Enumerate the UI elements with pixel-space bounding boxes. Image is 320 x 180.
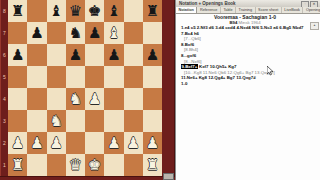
white-bishop-f7[interactable]: ♝: [107, 26, 120, 41]
square-a7[interactable]: [8, 22, 27, 44]
square-e8[interactable]: ♚: [85, 0, 104, 22]
square-f3[interactable]: [104, 110, 123, 132]
white-pawn-c2[interactable]: ♟: [49, 136, 62, 151]
square-b3[interactable]: [27, 110, 46, 132]
chess-board[interactable]: ♜♝♛♚♝♜♟♞♟♝♟♟♟♟♞♟♞♟♟♟♟♟♟♜♛♚♜: [8, 0, 162, 176]
square-d8[interactable]: ♛: [66, 0, 85, 22]
black-knight-d7[interactable]: ♞: [69, 26, 82, 41]
square-g1[interactable]: [124, 154, 143, 176]
black-bishop-c8[interactable]: ♝: [49, 4, 62, 19]
white-rook-a1[interactable]: ♜: [11, 158, 24, 173]
square-h3[interactable]: [143, 110, 162, 132]
board-frame-bottom: [0, 176, 175, 180]
tab-notation[interactable]: Notation: [176, 7, 197, 13]
square-d6[interactable]: ♟: [66, 44, 85, 66]
white-pawn-e4[interactable]: ♟: [88, 92, 101, 107]
square-g8[interactable]: [124, 0, 143, 22]
square-e2[interactable]: [85, 132, 104, 154]
square-c6[interactable]: [47, 44, 66, 66]
square-d3[interactable]: [66, 110, 85, 132]
square-c1[interactable]: [47, 154, 66, 176]
tab-livebook[interactable]: LiveBook: [282, 7, 304, 13]
move-line[interactable]: 1.e4 c5 2.Nf3 d6 3.d4 cxd4 4.Nxd4 Nf6 5.…: [181, 25, 316, 31]
square-f2[interactable]: ♟: [104, 132, 123, 154]
white-pawn-b2[interactable]: ♟: [30, 136, 43, 151]
square-h7[interactable]: [143, 22, 162, 44]
tab-score-sheet[interactable]: Score sheet: [256, 7, 282, 13]
black-pawn-h6[interactable]: ♟: [146, 48, 159, 63]
notation-title: Notation + Openings Book: [176, 1, 236, 6]
square-b7[interactable]: ♟: [27, 22, 46, 44]
black-king-e8[interactable]: ♚: [88, 4, 101, 19]
square-f8[interactable]: ♝: [104, 0, 123, 22]
white-pawn-g2[interactable]: ♟: [126, 136, 139, 151]
white-pawn-h2[interactable]: ♟: [146, 136, 159, 151]
notation-window: Notation + Openings Book ▫✕ NotationRefe…: [175, 0, 320, 180]
square-d1[interactable]: ♛: [66, 154, 85, 176]
rank-label-2: 2: [2, 140, 8, 146]
black-pawn-f6[interactable]: ♟: [107, 48, 120, 63]
square-d2[interactable]: [66, 132, 85, 154]
white-knight-c3[interactable]: ♞: [49, 114, 62, 129]
square-a3[interactable]: [8, 110, 27, 132]
square-b2[interactable]: ♟: [27, 132, 46, 154]
square-c8[interactable]: ♝: [47, 0, 66, 22]
chessbase-app-window: 87654321 ♜♝♛♚♝♜♟♞♟♝♟♟♟♟♞♟♞♟♟♟♟♟♟♜♛♚♜ Not…: [0, 0, 320, 180]
square-g5[interactable]: [124, 66, 143, 88]
square-f1[interactable]: [104, 154, 123, 176]
black-pawn-a6[interactable]: ♟: [11, 48, 24, 63]
white-queen-d1[interactable]: ♛: [69, 158, 82, 173]
square-f4[interactable]: [104, 88, 123, 110]
tab-reference[interactable]: Reference: [197, 7, 221, 13]
square-e5[interactable]: [85, 66, 104, 88]
square-c2[interactable]: ♟: [47, 132, 66, 154]
square-d5[interactable]: [66, 66, 85, 88]
square-d7[interactable]: ♞: [66, 22, 85, 44]
square-c4[interactable]: [47, 88, 66, 110]
square-c7[interactable]: [47, 22, 66, 44]
square-e1[interactable]: ♚: [85, 154, 104, 176]
rank-label-7: 7: [2, 30, 8, 36]
square-g3[interactable]: [124, 110, 143, 132]
board-window: 87654321 ♜♝♛♚♝♜♟♞♟♝♟♟♟♟♞♟♞♟♟♟♟♟♟♜♛♚♜: [0, 0, 175, 180]
rank-label-6: 6: [2, 52, 8, 58]
square-h5[interactable]: [143, 66, 162, 88]
rank-label-4: 4: [2, 96, 8, 102]
square-a8[interactable]: ♜: [8, 0, 27, 22]
game-result[interactable]: 1-0: [181, 81, 316, 87]
white-king-e1[interactable]: ♚: [88, 158, 101, 173]
square-g2[interactable]: ♟: [124, 132, 143, 154]
square-a5[interactable]: [8, 66, 27, 88]
scroll-up-button[interactable]: ▲: [310, 22, 319, 30]
square-a6[interactable]: ♟: [8, 44, 27, 66]
black-rook-a8[interactable]: ♜: [11, 4, 24, 19]
rank-label-5: 5: [2, 74, 8, 80]
white-rook-h1[interactable]: ♜: [146, 158, 159, 173]
rank-label-1: 1: [2, 162, 8, 168]
black-pawn-b7[interactable]: ♟: [30, 26, 43, 41]
rank-coordinates: 87654321: [0, 0, 8, 176]
square-b4[interactable]: [27, 88, 46, 110]
square-g4[interactable]: [124, 88, 143, 110]
square-h4[interactable]: [143, 88, 162, 110]
mouse-cursor: [267, 66, 274, 76]
square-c3[interactable]: ♞: [47, 110, 66, 132]
square-b5[interactable]: [27, 66, 46, 88]
square-d4[interactable]: ♞: [66, 88, 85, 110]
square-f5[interactable]: [104, 66, 123, 88]
current-move-highlight[interactable]: 9.Bxf7+: [181, 64, 198, 69]
square-a1[interactable]: ♜: [8, 154, 27, 176]
square-e4[interactable]: ♟: [85, 88, 104, 110]
square-g6[interactable]: [124, 44, 143, 66]
white-pawn-a2[interactable]: ♟: [11, 136, 24, 151]
square-b8[interactable]: [27, 0, 46, 22]
square-a4[interactable]: [8, 88, 27, 110]
tab-training[interactable]: Training: [236, 7, 256, 13]
rank-label-8: 8: [2, 8, 8, 14]
black-queen-d8[interactable]: ♛: [69, 4, 82, 19]
square-h8[interactable]: ♜: [143, 0, 162, 22]
square-h1[interactable]: ♜: [143, 154, 162, 176]
move-list: 1.e4 c5 2.Nf3 d6 3.d4 cxd4 4.Nxd4 Nf6 5.…: [181, 25, 316, 87]
square-e7[interactable]: ♟: [85, 22, 104, 44]
black-bishop-f8[interactable]: ♝: [107, 4, 120, 19]
notation-tabs: NotationReferenceTableTrainingScore shee…: [176, 7, 320, 14]
square-h2[interactable]: ♟: [143, 132, 162, 154]
black-rook-h8[interactable]: ♜: [146, 4, 159, 19]
square-b6[interactable]: [27, 44, 46, 66]
square-h6[interactable]: ♟: [143, 44, 162, 66]
rank-label-3: 3: [2, 118, 8, 124]
square-a2[interactable]: ♟: [8, 132, 27, 154]
game-header: Vooremaa - Sachagian 1-0 B94 Minsk 1964: [176, 14, 314, 25]
square-f6[interactable]: ♟: [104, 44, 123, 66]
square-c5[interactable]: [47, 66, 66, 88]
black-pawn-d6[interactable]: ♟: [69, 48, 82, 63]
square-g7[interactable]: [124, 22, 143, 44]
white-pawn-f2[interactable]: ♟: [107, 136, 120, 151]
square-e3[interactable]: [85, 110, 104, 132]
tab-openings-book[interactable]: Openings Book: [303, 7, 320, 13]
tab-table[interactable]: Table: [221, 7, 236, 13]
square-f7[interactable]: ♝: [104, 22, 123, 44]
resize-grip[interactable]: [163, 173, 174, 180]
black-pawn-e7[interactable]: ♟: [88, 26, 101, 41]
square-e6[interactable]: [85, 44, 104, 66]
white-knight-d4[interactable]: ♞: [69, 92, 82, 107]
square-b1[interactable]: [27, 154, 46, 176]
